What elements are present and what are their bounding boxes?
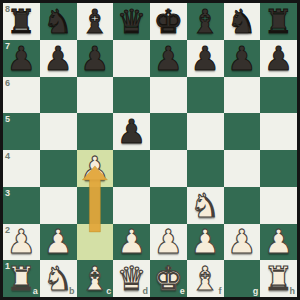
square-e4[interactable] — [150, 150, 187, 187]
square-f1[interactable]: f♝ — [187, 260, 224, 297]
square-a8[interactable]: 8♜ — [3, 3, 40, 40]
rank-label-6: 6 — [5, 79, 10, 88]
square-a2[interactable]: 2♟ — [3, 224, 40, 261]
file-label-g: g — [253, 287, 259, 296]
black-bishop-f8[interactable]: ♝ — [187, 3, 224, 40]
square-g7[interactable]: ♟ — [224, 40, 261, 77]
square-h4[interactable] — [260, 150, 297, 187]
square-f3[interactable]: ♞ — [187, 187, 224, 224]
white-pawn-e2[interactable]: ♟ — [150, 224, 187, 261]
square-h1[interactable]: h♜ — [260, 260, 297, 297]
square-d5[interactable]: ♟ — [113, 113, 150, 150]
square-g5[interactable] — [224, 113, 261, 150]
white-pawn-f2[interactable]: ♟ — [187, 224, 224, 261]
square-e6[interactable] — [150, 77, 187, 114]
black-rook-h8[interactable]: ♜ — [260, 3, 297, 40]
square-c4[interactable]: ♟ — [77, 150, 114, 187]
square-a1[interactable]: 1a♜ — [3, 260, 40, 297]
square-f7[interactable]: ♟ — [187, 40, 224, 77]
chess-board: 8♜♞♝♛♚♝♞♜7♟♟♟♟♟♟♟65♟4♟3♞2♟♟♟♟♟♟♟1a♜b♞c♝d… — [0, 0, 300, 300]
black-pawn-c7[interactable]: ♟ — [77, 40, 114, 77]
black-king-e8[interactable]: ♚ — [150, 3, 187, 40]
black-queen-d8[interactable]: ♛ — [113, 3, 150, 40]
square-a6[interactable]: 6 — [3, 77, 40, 114]
square-b1[interactable]: b♞ — [40, 260, 77, 297]
square-b8[interactable]: ♞ — [40, 3, 77, 40]
square-e3[interactable] — [150, 187, 187, 224]
white-queen-d1[interactable]: ♛ — [113, 260, 150, 297]
square-a3[interactable]: 3 — [3, 187, 40, 224]
square-c8[interactable]: ♝ — [77, 3, 114, 40]
square-d7[interactable] — [113, 40, 150, 77]
square-a7[interactable]: 7♟ — [3, 40, 40, 77]
rank-label-3: 3 — [5, 189, 10, 198]
square-d1[interactable]: d♛ — [113, 260, 150, 297]
square-d4[interactable] — [113, 150, 150, 187]
square-h3[interactable] — [260, 187, 297, 224]
square-f8[interactable]: ♝ — [187, 3, 224, 40]
square-f6[interactable] — [187, 77, 224, 114]
square-c5[interactable] — [77, 113, 114, 150]
white-pawn-b2[interactable]: ♟ — [40, 224, 77, 261]
black-pawn-d5[interactable]: ♟ — [113, 113, 150, 150]
rank-label-5: 5 — [5, 115, 10, 124]
square-g4[interactable] — [224, 150, 261, 187]
square-d3[interactable] — [113, 187, 150, 224]
black-bishop-c8[interactable]: ♝ — [77, 3, 114, 40]
white-bishop-c1[interactable]: ♝ — [77, 260, 114, 297]
white-knight-f3[interactable]: ♞ — [187, 187, 224, 224]
black-knight-b8[interactable]: ♞ — [40, 3, 77, 40]
square-d8[interactable]: ♛ — [113, 3, 150, 40]
square-b3[interactable] — [40, 187, 77, 224]
white-pawn-g2[interactable]: ♟ — [224, 224, 261, 261]
black-pawn-b7[interactable]: ♟ — [40, 40, 77, 77]
square-a5[interactable]: 5 — [3, 113, 40, 150]
black-pawn-g7[interactable]: ♟ — [224, 40, 261, 77]
square-e7[interactable]: ♟ — [150, 40, 187, 77]
square-d2[interactable]: ♟ — [113, 224, 150, 261]
square-e2[interactable]: ♟ — [150, 224, 187, 261]
white-rook-a1[interactable]: ♜ — [3, 260, 40, 297]
square-h5[interactable] — [260, 113, 297, 150]
square-c3[interactable] — [77, 187, 114, 224]
black-knight-g8[interactable]: ♞ — [224, 3, 261, 40]
square-g1[interactable]: g — [224, 260, 261, 297]
square-c2[interactable] — [77, 224, 114, 261]
square-f5[interactable] — [187, 113, 224, 150]
black-pawn-a7[interactable]: ♟ — [3, 40, 40, 77]
square-b4[interactable] — [40, 150, 77, 187]
board-grid: 8♜♞♝♛♚♝♞♜7♟♟♟♟♟♟♟65♟4♟3♞2♟♟♟♟♟♟♟1a♜b♞c♝d… — [3, 3, 297, 297]
square-c6[interactable] — [77, 77, 114, 114]
square-b5[interactable] — [40, 113, 77, 150]
white-pawn-c4[interactable]: ♟ — [77, 150, 114, 187]
square-b6[interactable] — [40, 77, 77, 114]
square-e5[interactable] — [150, 113, 187, 150]
square-f2[interactable]: ♟ — [187, 224, 224, 261]
white-knight-b1[interactable]: ♞ — [40, 260, 77, 297]
square-h7[interactable]: ♟ — [260, 40, 297, 77]
white-pawn-d2[interactable]: ♟ — [113, 224, 150, 261]
square-b2[interactable]: ♟ — [40, 224, 77, 261]
square-e8[interactable]: ♚ — [150, 3, 187, 40]
square-h8[interactable]: ♜ — [260, 3, 297, 40]
square-h6[interactable] — [260, 77, 297, 114]
black-pawn-f7[interactable]: ♟ — [187, 40, 224, 77]
square-g6[interactable] — [224, 77, 261, 114]
white-pawn-h2[interactable]: ♟ — [260, 224, 297, 261]
square-g3[interactable] — [224, 187, 261, 224]
black-rook-a8[interactable]: ♜ — [3, 3, 40, 40]
white-bishop-f1[interactable]: ♝ — [187, 260, 224, 297]
square-c1[interactable]: c♝ — [77, 260, 114, 297]
black-pawn-e7[interactable]: ♟ — [150, 40, 187, 77]
square-g2[interactable]: ♟ — [224, 224, 261, 261]
square-d6[interactable] — [113, 77, 150, 114]
square-g8[interactable]: ♞ — [224, 3, 261, 40]
square-h2[interactable]: ♟ — [260, 224, 297, 261]
square-e1[interactable]: e♚ — [150, 260, 187, 297]
white-king-e1[interactable]: ♚ — [150, 260, 187, 297]
black-pawn-h7[interactable]: ♟ — [260, 40, 297, 77]
white-rook-h1[interactable]: ♜ — [260, 260, 297, 297]
square-b7[interactable]: ♟ — [40, 40, 77, 77]
square-f4[interactable] — [187, 150, 224, 187]
rank-label-4: 4 — [5, 152, 10, 161]
white-pawn-a2[interactable]: ♟ — [3, 224, 40, 261]
square-c7[interactable]: ♟ — [77, 40, 114, 77]
square-a4[interactable]: 4 — [3, 150, 40, 187]
